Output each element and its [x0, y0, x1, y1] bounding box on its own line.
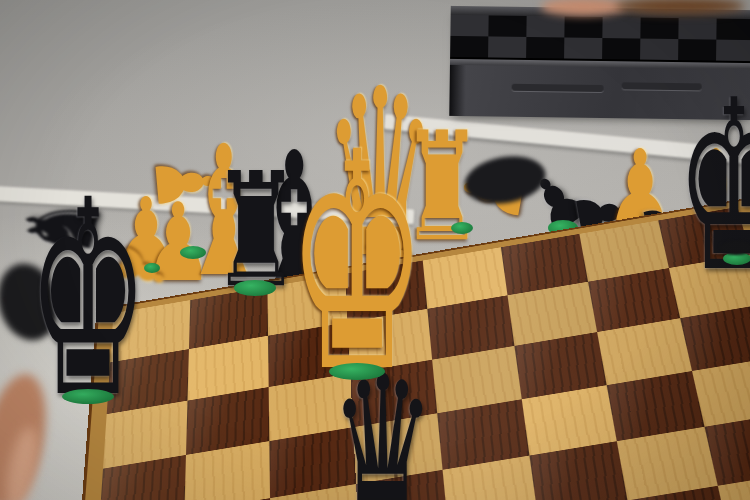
green-felt-base: [234, 280, 276, 296]
green-felt-base: [329, 363, 385, 380]
green-felt-base: [180, 246, 206, 259]
black-king-right: ♚: [676, 69, 750, 304]
case-handle-slot: [512, 84, 604, 92]
green-felt-base: [62, 389, 114, 404]
chess-photo: ♞♚♟♟♟♟♝♜♝♛♚♟♜♟♟♟♟♟♝♚♛: [0, 0, 750, 500]
black-piece-lying-corner: [719, 240, 750, 255]
green-felt-base: [451, 222, 473, 234]
